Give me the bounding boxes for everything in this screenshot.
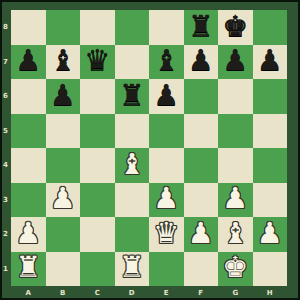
rank-label-8: 8	[0, 10, 11, 45]
square-d1[interactable]: ♜	[115, 252, 150, 287]
rank-label-5: 5	[0, 114, 11, 149]
rank-label-1: 1	[0, 252, 11, 287]
piece-black-bishop[interactable]: ♝	[50, 46, 76, 75]
piece-black-pawn[interactable]: ♟	[222, 46, 248, 75]
square-g4[interactable]	[218, 148, 253, 183]
square-a1[interactable]: ♜	[11, 252, 46, 287]
file-label-c: C	[80, 287, 115, 299]
square-f8[interactable]: ♜	[184, 10, 219, 45]
file-label-h: H	[253, 287, 288, 299]
square-b5[interactable]	[46, 114, 81, 149]
square-f2[interactable]: ♟	[184, 217, 219, 252]
square-a2[interactable]: ♟	[11, 217, 46, 252]
piece-white-bishop[interactable]: ♝	[222, 219, 248, 248]
file-label-a: A	[11, 287, 46, 299]
piece-black-queen[interactable]: ♛	[84, 46, 110, 75]
square-a4[interactable]	[11, 148, 46, 183]
piece-black-rook[interactable]: ♜	[119, 81, 145, 110]
square-g7[interactable]: ♟	[218, 45, 253, 80]
piece-white-pawn[interactable]: ♟	[153, 184, 179, 213]
file-label-e: E	[149, 287, 184, 299]
piece-white-pawn[interactable]: ♟	[188, 219, 214, 248]
rank-label-2: 2	[0, 217, 11, 252]
square-a3[interactable]	[11, 183, 46, 218]
square-b8[interactable]	[46, 10, 81, 45]
square-a5[interactable]	[11, 114, 46, 149]
rank-label-4: 4	[0, 148, 11, 183]
square-g1[interactable]: ♚	[218, 252, 253, 287]
square-f7[interactable]: ♟	[184, 45, 219, 80]
square-c1[interactable]	[80, 252, 115, 287]
square-d4[interactable]: ♝	[115, 148, 150, 183]
square-f4[interactable]	[184, 148, 219, 183]
piece-black-pawn[interactable]: ♟	[257, 46, 283, 75]
square-g8[interactable]: ♚	[218, 10, 253, 45]
square-b4[interactable]	[46, 148, 81, 183]
square-b1[interactable]	[46, 252, 81, 287]
square-h2[interactable]: ♟	[253, 217, 288, 252]
square-c4[interactable]	[80, 148, 115, 183]
chess-board-frame: ♜♚♟♝♛♝♟♟♟♟♜♟♝♟♟♟♟♛♟♝♟♜♜♚ 87654321ABCDEFG…	[0, 0, 300, 300]
square-e1[interactable]	[149, 252, 184, 287]
square-c5[interactable]	[80, 114, 115, 149]
square-h7[interactable]: ♟	[253, 45, 288, 80]
square-d6[interactable]: ♜	[115, 79, 150, 114]
square-a6[interactable]	[11, 79, 46, 114]
square-e5[interactable]	[149, 114, 184, 149]
rank-label-3: 3	[0, 183, 11, 218]
square-d8[interactable]	[115, 10, 150, 45]
piece-white-rook[interactable]: ♜	[119, 253, 145, 282]
square-g2[interactable]: ♝	[218, 217, 253, 252]
square-c2[interactable]	[80, 217, 115, 252]
file-label-f: F	[184, 287, 219, 299]
piece-white-queen[interactable]: ♛	[153, 219, 179, 248]
file-label-d: D	[115, 287, 150, 299]
square-a8[interactable]	[11, 10, 46, 45]
square-c7[interactable]: ♛	[80, 45, 115, 80]
square-g6[interactable]	[218, 79, 253, 114]
piece-white-pawn[interactable]: ♟	[222, 184, 248, 213]
piece-black-king[interactable]: ♚	[222, 12, 248, 41]
square-h1[interactable]	[253, 252, 288, 287]
rank-label-6: 6	[0, 79, 11, 114]
piece-white-king[interactable]: ♚	[222, 253, 248, 282]
square-b2[interactable]	[46, 217, 81, 252]
square-f6[interactable]	[184, 79, 219, 114]
piece-black-pawn[interactable]: ♟	[188, 46, 214, 75]
square-e4[interactable]	[149, 148, 184, 183]
piece-white-pawn[interactable]: ♟	[50, 184, 76, 213]
square-h8[interactable]	[253, 10, 288, 45]
piece-black-pawn[interactable]: ♟	[153, 81, 179, 110]
square-b3[interactable]: ♟	[46, 183, 81, 218]
rank-label-7: 7	[0, 45, 11, 80]
square-f1[interactable]	[184, 252, 219, 287]
square-c3[interactable]	[80, 183, 115, 218]
square-c6[interactable]	[80, 79, 115, 114]
piece-white-rook[interactable]: ♜	[15, 253, 41, 282]
square-g3[interactable]: ♟	[218, 183, 253, 218]
square-e2[interactable]: ♛	[149, 217, 184, 252]
square-e3[interactable]: ♟	[149, 183, 184, 218]
piece-black-pawn[interactable]: ♟	[15, 46, 41, 75]
square-d2[interactable]	[115, 217, 150, 252]
square-c8[interactable]	[80, 10, 115, 45]
square-e7[interactable]: ♝	[149, 45, 184, 80]
piece-white-pawn[interactable]: ♟	[257, 219, 283, 248]
chess-board: ♜♚♟♝♛♝♟♟♟♟♜♟♝♟♟♟♟♛♟♝♟♜♜♚	[11, 10, 287, 286]
square-d7[interactable]	[115, 45, 150, 80]
piece-white-pawn[interactable]: ♟	[15, 219, 41, 248]
square-f5[interactable]	[184, 114, 219, 149]
file-label-b: B	[46, 287, 81, 299]
square-f3[interactable]	[184, 183, 219, 218]
piece-white-bishop[interactable]: ♝	[119, 150, 145, 179]
square-d3[interactable]	[115, 183, 150, 218]
square-h3[interactable]	[253, 183, 288, 218]
square-b6[interactable]: ♟	[46, 79, 81, 114]
piece-black-pawn[interactable]: ♟	[50, 81, 76, 110]
square-d5[interactable]	[115, 114, 150, 149]
square-b7[interactable]: ♝	[46, 45, 81, 80]
square-e6[interactable]: ♟	[149, 79, 184, 114]
square-h4[interactable]	[253, 148, 288, 183]
square-g5[interactable]	[218, 114, 253, 149]
square-h5[interactable]	[253, 114, 288, 149]
square-a7[interactable]: ♟	[11, 45, 46, 80]
piece-black-rook[interactable]: ♜	[188, 12, 214, 41]
square-h6[interactable]	[253, 79, 288, 114]
square-e8[interactable]	[149, 10, 184, 45]
file-label-g: G	[218, 287, 253, 299]
piece-black-bishop[interactable]: ♝	[153, 46, 179, 75]
